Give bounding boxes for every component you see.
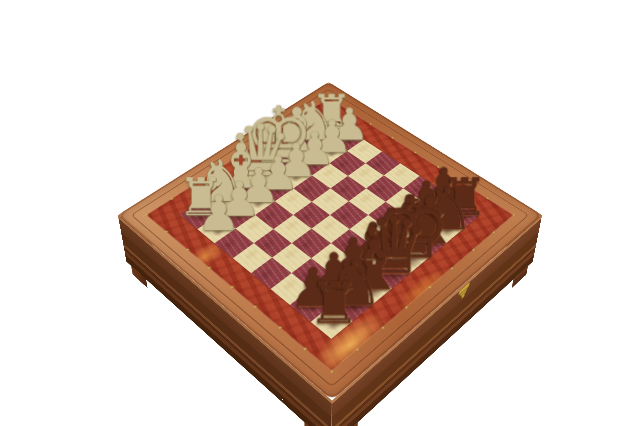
board-top-face: ♜♞♝♛♚♝♞♜♟♟♟♟♟♟♟♟♟♟♟♟♟♟♟♟♜♞♝♛♚♝♞♜ — [118, 82, 542, 400]
chess-box: ♜♞♝♛♚♝♞♜♟♟♟♟♟♟♟♟♟♟♟♟♟♟♟♟♜♞♝♛♚♝♞♜ — [118, 82, 542, 400]
scene-3d: ♜♞♝♛♚♝♞♜♟♟♟♟♟♟♟♟♟♟♟♟♟♟♟♟♜♞♝♛♚♝♞♜ — [0, 0, 640, 426]
box-foot — [338, 422, 358, 426]
dark-rook-glyph: ♜ — [308, 273, 360, 331]
light-pawn-glyph: ♟ — [197, 188, 241, 237]
box-foot — [304, 422, 325, 426]
box-foot — [512, 265, 529, 288]
box-foot — [131, 265, 148, 288]
chess-set-photo: ♜♞♝♛♚♝♞♜♟♟♟♟♟♟♟♟♟♟♟♟♟♟♟♟♜♞♝♛♚♝♞♜ — [0, 0, 640, 426]
